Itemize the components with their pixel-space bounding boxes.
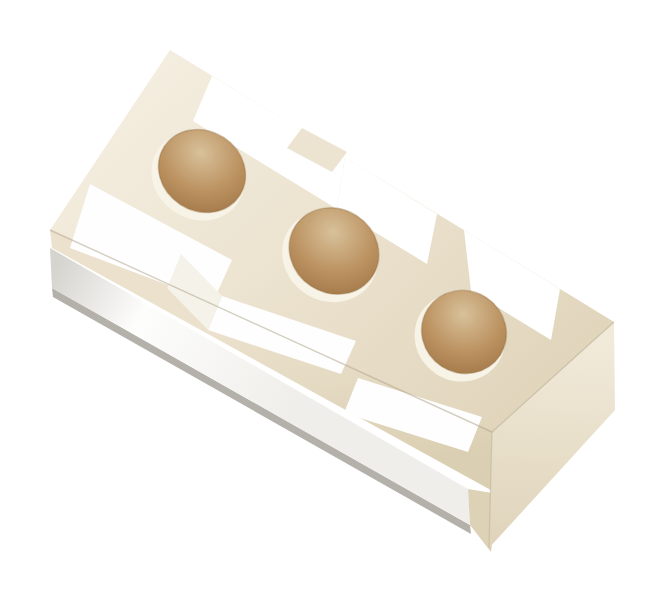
product-photo: [0, 0, 663, 601]
connector-housing-illustration: [0, 0, 663, 601]
